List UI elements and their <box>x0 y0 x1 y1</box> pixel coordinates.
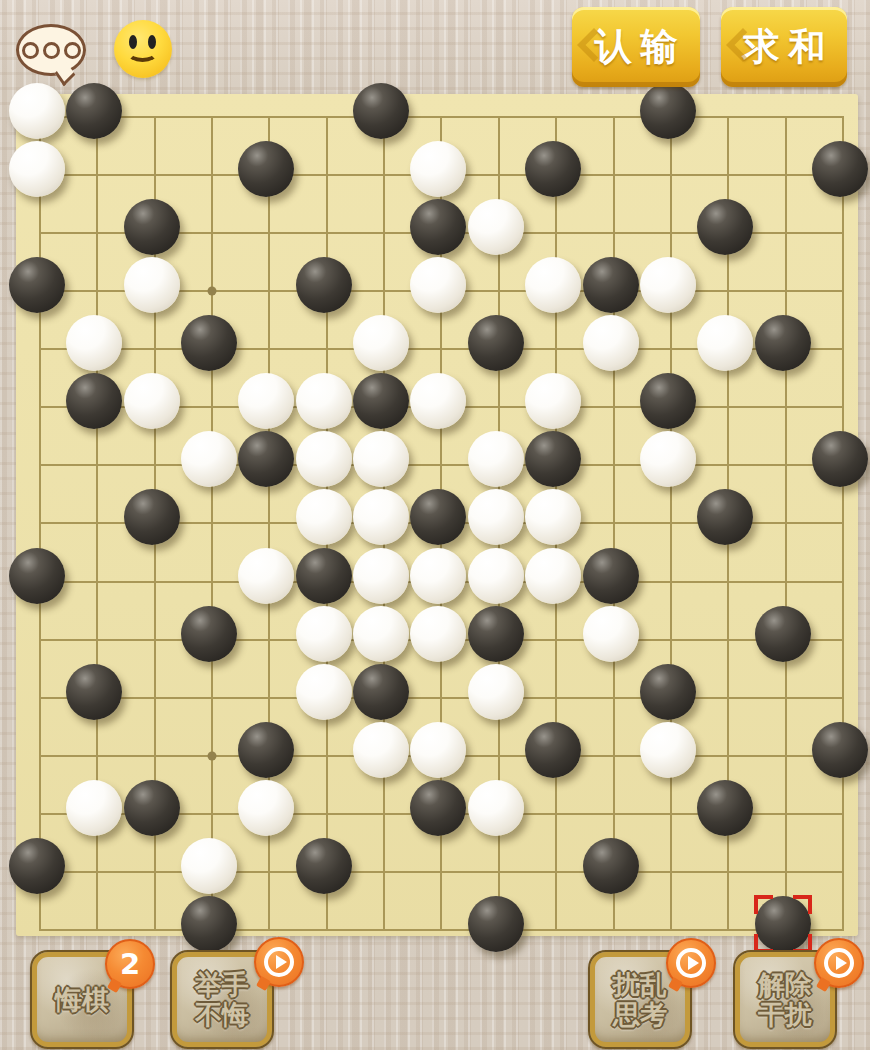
white-stone <box>468 664 524 720</box>
black-stone <box>124 199 180 255</box>
white-stone <box>583 606 639 662</box>
black-stone <box>812 141 868 197</box>
black-stone <box>410 199 466 255</box>
white-stone <box>525 373 581 429</box>
white-stone <box>238 373 294 429</box>
play-badge <box>254 937 304 987</box>
black-stone <box>353 373 409 429</box>
white-stone <box>181 838 237 894</box>
white-stone <box>353 548 409 604</box>
grid-line-vertical <box>613 116 615 931</box>
black-stone <box>812 722 868 778</box>
black-stone <box>296 838 352 894</box>
white-stone <box>296 373 352 429</box>
white-stone <box>296 489 352 545</box>
grid-line-horizontal <box>39 697 844 699</box>
black-stone <box>697 199 753 255</box>
black-stone <box>9 548 65 604</box>
white-stone <box>66 315 122 371</box>
white-stone <box>410 373 466 429</box>
black-stone <box>181 315 237 371</box>
smiley-mouth <box>127 44 158 62</box>
black-stone <box>181 606 237 662</box>
white-stone <box>640 257 696 313</box>
white-stone <box>66 780 122 836</box>
white-stone <box>410 722 466 778</box>
black-stone <box>238 431 294 487</box>
bubble-dot <box>64 42 81 59</box>
white-stone <box>124 257 180 313</box>
white-stone <box>640 431 696 487</box>
white-stone <box>525 548 581 604</box>
play-icon <box>676 948 706 978</box>
black-stone <box>353 83 409 139</box>
black-stone <box>755 606 811 662</box>
black-stone <box>238 722 294 778</box>
black-stone <box>9 257 65 313</box>
smiley-emoji-icon[interactable] <box>114 20 172 78</box>
black-stone <box>640 373 696 429</box>
grid-line-vertical <box>785 116 787 931</box>
grid-line-vertical <box>842 116 844 931</box>
white-stone <box>697 315 753 371</box>
no-regret-label-1: 举手 <box>195 970 249 1000</box>
white-stone <box>410 141 466 197</box>
white-stone <box>124 373 180 429</box>
bubble-dot <box>22 42 39 59</box>
white-stone <box>296 431 352 487</box>
black-stone <box>9 838 65 894</box>
play-badge <box>814 938 864 988</box>
white-stone <box>238 548 294 604</box>
black-stone <box>640 83 696 139</box>
white-stone <box>410 257 466 313</box>
undo-count-value: 2 <box>120 947 140 981</box>
white-stone <box>9 141 65 197</box>
white-stone <box>181 431 237 487</box>
black-stone <box>525 431 581 487</box>
star-point <box>208 751 217 760</box>
black-stone <box>353 664 409 720</box>
black-stone <box>697 489 753 545</box>
grid-line-horizontal <box>39 871 844 873</box>
white-stone <box>296 664 352 720</box>
white-stone <box>410 606 466 662</box>
grid-line-horizontal <box>39 929 844 931</box>
white-stone <box>353 606 409 662</box>
white-stone <box>9 83 65 139</box>
white-stone <box>353 489 409 545</box>
black-stone <box>238 141 294 197</box>
white-stone <box>353 722 409 778</box>
white-stone <box>410 548 466 604</box>
black-stone <box>66 83 122 139</box>
black-stone <box>66 664 122 720</box>
resign-button[interactable]: 认输 <box>572 7 700 87</box>
no-regret-label-2: 不悔 <box>195 1000 249 1030</box>
black-stone <box>468 896 524 952</box>
chat-bubble-icon[interactable] <box>16 24 86 76</box>
black-stone <box>66 373 122 429</box>
play-icon <box>824 948 854 978</box>
white-stone <box>468 431 524 487</box>
black-stone <box>296 548 352 604</box>
white-stone <box>468 548 524 604</box>
clear-disturb-label-2: 干扰 <box>758 1000 812 1030</box>
white-stone <box>296 606 352 662</box>
black-stone <box>755 315 811 371</box>
black-stone <box>410 780 466 836</box>
black-stone <box>525 722 581 778</box>
black-stone <box>812 431 868 487</box>
white-stone <box>468 780 524 836</box>
white-stone <box>353 431 409 487</box>
star-point <box>208 287 217 296</box>
black-stone <box>124 780 180 836</box>
last-move-marker <box>754 895 812 953</box>
grid-line-vertical <box>670 116 672 931</box>
disturb-label-2: 思考 <box>613 1000 667 1030</box>
black-stone <box>640 664 696 720</box>
black-stone <box>296 257 352 313</box>
bubble-tail <box>55 62 76 87</box>
black-stone <box>124 489 180 545</box>
white-stone <box>525 489 581 545</box>
clear-disturb-label-1: 解除 <box>758 970 812 1000</box>
white-stone <box>353 315 409 371</box>
black-stone <box>525 141 581 197</box>
black-stone <box>697 780 753 836</box>
disturb-label-1: 扰乱 <box>613 970 667 1000</box>
undo-count-badge: 2 <box>105 939 155 989</box>
bubble-dot <box>43 42 60 59</box>
black-stone <box>181 896 237 952</box>
black-stone <box>583 257 639 313</box>
white-stone <box>640 722 696 778</box>
black-stone <box>583 548 639 604</box>
request-draw-button[interactable]: 求和 <box>721 7 847 87</box>
undo-label: 悔棋 <box>55 985 109 1015</box>
play-badge <box>666 938 716 988</box>
white-stone <box>238 780 294 836</box>
black-stone <box>583 838 639 894</box>
white-stone <box>468 199 524 255</box>
black-stone <box>468 315 524 371</box>
gomoku-board[interactable] <box>16 94 858 936</box>
play-icon <box>264 947 294 977</box>
white-stone <box>468 489 524 545</box>
black-stone <box>468 606 524 662</box>
black-stone <box>410 489 466 545</box>
white-stone <box>583 315 639 371</box>
white-stone <box>525 257 581 313</box>
